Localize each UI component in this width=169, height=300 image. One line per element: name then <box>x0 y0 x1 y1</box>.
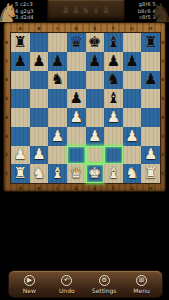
square-c4[interactable] <box>48 108 67 127</box>
square-b7[interactable]: ♟ <box>30 52 49 71</box>
rank-label-8: 8 <box>3 33 10 52</box>
square-h7[interactable] <box>141 52 160 71</box>
file-label-d: D <box>67 23 86 33</box>
square-b5[interactable] <box>30 89 49 108</box>
rank-label-7: 7 <box>159 52 166 71</box>
piece-white-knight: ♞ <box>125 166 138 181</box>
square-e8[interactable]: ♚ <box>86 33 105 52</box>
square-a8[interactable]: ♜ <box>11 33 30 52</box>
menu-button[interactable]: ⊞ Menu <box>125 275 159 294</box>
file-labels-top: ABCDEFGH <box>11 23 160 33</box>
square-a2[interactable]: ♟ <box>11 146 30 165</box>
square-h5[interactable] <box>141 89 160 108</box>
square-d5[interactable]: ♟ <box>67 89 86 108</box>
square-c7[interactable]: ♟ <box>48 52 67 71</box>
rank-labels-right: 87654321 <box>159 33 166 183</box>
square-f5[interactable]: ♝ <box>104 89 123 108</box>
piece-white-pawn: ♟ <box>32 147 45 162</box>
knight-statue-light-icon: ♞ <box>0 0 19 28</box>
chess-board-frame: ABCDEFGH 87654321 87654321 ABCDEFGH ♜♛♚♝… <box>3 22 166 192</box>
square-b6[interactable] <box>30 71 49 90</box>
square-f4[interactable]: ♟ <box>104 108 123 127</box>
app-background: ♞ 5 c2c3 4 g2g3 3 d2d4 ♟♟♞♝♟ g8f6 5 b8c6… <box>0 0 169 300</box>
square-g8[interactable] <box>123 33 142 52</box>
square-e6[interactable] <box>86 71 105 90</box>
rank-label-3: 3 <box>3 127 10 146</box>
square-c6[interactable]: ♞ <box>48 71 67 90</box>
undo-icon: ↶ <box>61 275 72 286</box>
square-a5[interactable] <box>11 89 30 108</box>
rank-label-1: 1 <box>3 164 10 183</box>
settings-button[interactable]: ⚙ Settings <box>87 275 121 294</box>
ghost-pawn-icon: ♟ <box>102 6 110 15</box>
settings-label: Settings <box>92 287 117 294</box>
piece-black-knight: ♞ <box>51 72 64 87</box>
ghost-pawn-icon: ♟ <box>62 6 70 15</box>
piece-white-pawn: ♟ <box>125 129 138 144</box>
square-d3[interactable] <box>67 127 86 146</box>
file-label-c: C <box>48 183 67 193</box>
square-a6[interactable] <box>11 71 30 90</box>
rank-label-6: 6 <box>159 71 166 90</box>
square-h8[interactable]: ♜ <box>141 33 160 52</box>
undo-label: Undo <box>59 287 75 294</box>
ghost-bishop-icon: ♝ <box>92 6 100 15</box>
square-d8[interactable]: ♛ <box>67 33 86 52</box>
square-e1[interactable]: ♚ <box>86 164 105 183</box>
play-icon: ▶ <box>24 275 35 286</box>
file-label-d: D <box>67 183 86 193</box>
file-labels-bottom: ABCDEFGH <box>11 183 160 193</box>
square-d2[interactable] <box>67 146 86 165</box>
file-label-e: E <box>86 183 105 193</box>
piece-black-rook: ♜ <box>14 35 27 50</box>
piece-black-king: ♚ <box>88 35 101 50</box>
menu-label: Menu <box>133 287 149 294</box>
piece-black-bishop: ♝ <box>107 35 120 50</box>
piece-black-pawn: ♟ <box>32 54 45 69</box>
square-e7[interactable]: ♟ <box>86 52 105 71</box>
file-label-e: E <box>86 23 105 33</box>
piece-white-knight: ♞ <box>32 166 45 181</box>
square-f2[interactable] <box>104 146 123 165</box>
gear-icon: ⚙ <box>99 275 110 286</box>
square-c2[interactable] <box>48 146 67 165</box>
square-c5[interactable] <box>48 89 67 108</box>
file-label-f: F <box>104 183 123 193</box>
piece-white-pawn: ♟ <box>107 110 120 125</box>
rank-label-2: 2 <box>3 146 10 165</box>
piece-white-bishop: ♝ <box>107 166 120 181</box>
square-b8[interactable] <box>30 33 49 52</box>
piece-black-pawn: ♟ <box>14 54 27 69</box>
piece-black-pawn: ♟ <box>69 91 82 106</box>
square-e4[interactable] <box>86 108 105 127</box>
piece-black-queen: ♛ <box>69 35 82 50</box>
square-e3[interactable]: ♟ <box>86 127 105 146</box>
rank-label-1: 1 <box>159 164 166 183</box>
file-label-f: F <box>104 23 123 33</box>
square-a4[interactable] <box>11 108 30 127</box>
piece-black-pawn: ♟ <box>107 54 120 69</box>
piece-white-rook: ♜ <box>14 166 27 181</box>
square-d6[interactable] <box>67 71 86 90</box>
square-f3[interactable] <box>104 127 123 146</box>
square-b1[interactable]: ♞ <box>30 164 49 183</box>
square-a3[interactable] <box>11 127 30 146</box>
square-d7[interactable] <box>67 52 86 71</box>
square-c1[interactable]: ♝ <box>48 164 67 183</box>
piece-black-rook: ♜ <box>144 35 157 50</box>
square-g6[interactable] <box>123 71 142 90</box>
piece-white-rook: ♜ <box>144 166 157 181</box>
square-c8[interactable] <box>48 33 67 52</box>
new-game-label: New <box>23 287 36 294</box>
square-g2[interactable] <box>123 146 142 165</box>
rank-label-2: 2 <box>159 146 166 165</box>
piece-white-king: ♚ <box>88 166 101 181</box>
file-label-g: G <box>123 183 142 193</box>
file-label-c: C <box>48 23 67 33</box>
rank-label-4: 4 <box>3 108 10 127</box>
knight-statue-dark-icon: ♞ <box>150 0 169 28</box>
ghost-pawn-icon: ♟ <box>72 6 80 15</box>
square-d1[interactable]: ♛ <box>67 164 86 183</box>
piece-white-pawn: ♟ <box>88 129 101 144</box>
square-f1[interactable]: ♝ <box>104 164 123 183</box>
square-f8[interactable]: ♝ <box>104 33 123 52</box>
square-e2[interactable] <box>86 146 105 165</box>
grid-icon: ⊞ <box>136 275 147 286</box>
square-h1[interactable]: ♜ <box>141 164 160 183</box>
square-a1[interactable]: ♜ <box>11 164 30 183</box>
rank-label-5: 5 <box>3 89 10 108</box>
file-label-g: G <box>123 23 142 33</box>
rank-label-8: 8 <box>159 33 166 52</box>
square-g4[interactable] <box>123 108 142 127</box>
square-e5[interactable] <box>86 89 105 108</box>
undo-button[interactable]: ↶ Undo <box>50 275 84 294</box>
piece-white-pawn: ♟ <box>51 129 64 144</box>
ghost-knight-icon: ♞ <box>82 6 90 15</box>
piece-white-pawn: ♟ <box>69 110 82 125</box>
new-game-button[interactable]: ▶ New <box>12 275 46 294</box>
square-g7[interactable]: ♟ <box>123 52 142 71</box>
piece-black-pawn: ♟ <box>125 54 138 69</box>
square-h3[interactable] <box>141 127 160 146</box>
rank-label-7: 7 <box>3 52 10 71</box>
square-d4[interactable]: ♟ <box>67 108 86 127</box>
captured-pieces-tray: ♟♟♞♝♟ <box>47 0 125 21</box>
rank-label-6: 6 <box>3 71 10 90</box>
file-label-b: B <box>30 23 49 33</box>
square-b3[interactable] <box>30 127 49 146</box>
piece-black-knight: ♞ <box>107 72 120 87</box>
piece-black-pawn: ♟ <box>51 54 64 69</box>
square-h2[interactable]: ♟ <box>141 146 160 165</box>
piece-black-bishop: ♝ <box>107 91 120 106</box>
square-f6[interactable]: ♞ <box>104 71 123 90</box>
rank-label-5: 5 <box>159 89 166 108</box>
square-g1[interactable]: ♞ <box>123 164 142 183</box>
square-g5[interactable] <box>123 89 142 108</box>
square-f7[interactable]: ♟ <box>104 52 123 71</box>
chess-board: ♜♛♚♝♜♟♟♟♟♟♟♞♞♟♟♝♟♟♟♟♟♟♟♟♜♞♝♛♚♝♞♜ <box>11 33 160 183</box>
square-h6[interactable]: ♟ <box>141 71 160 90</box>
rank-labels-left: 87654321 <box>3 33 10 183</box>
file-label-b: B <box>30 183 49 193</box>
square-b4[interactable] <box>30 108 49 127</box>
piece-white-queen: ♛ <box>69 166 82 181</box>
rank-label-4: 4 <box>159 108 166 127</box>
file-label-h: H <box>141 183 160 193</box>
square-g3[interactable]: ♟ <box>123 127 142 146</box>
square-b2[interactable]: ♟ <box>30 146 49 165</box>
piece-black-pawn: ♟ <box>144 72 157 87</box>
square-h4[interactable] <box>141 108 160 127</box>
piece-white-bishop: ♝ <box>51 166 64 181</box>
piece-white-pawn: ♟ <box>14 147 27 162</box>
piece-black-pawn: ♟ <box>88 54 101 69</box>
rank-label-3: 3 <box>159 127 166 146</box>
file-label-a: A <box>11 183 30 193</box>
square-a7[interactable]: ♟ <box>11 52 30 71</box>
piece-white-pawn: ♟ <box>144 147 157 162</box>
bottom-toolbar: ▶ New ↶ Undo ⚙ Settings ⊞ Menu <box>8 270 163 298</box>
square-c3[interactable]: ♟ <box>48 127 67 146</box>
